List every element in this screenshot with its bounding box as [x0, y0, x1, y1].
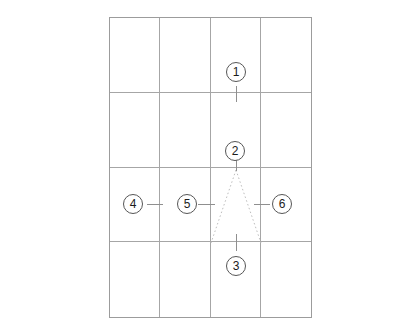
grid-cell	[110, 18, 160, 93]
circled-number-marker-2: 2	[225, 141, 245, 161]
circled-number-marker-6: 6	[272, 194, 292, 214]
circled-number-marker-1: 1	[226, 62, 246, 82]
callout-tick-6	[254, 204, 270, 205]
grid-cell	[261, 18, 311, 93]
callout-tick-3	[236, 234, 237, 251]
circled-number-marker-5: 5	[177, 194, 197, 214]
grid-cell	[110, 242, 160, 317]
grid-cell	[261, 93, 311, 168]
grid-cell	[160, 93, 210, 168]
grid-cell	[261, 242, 311, 317]
callout-tick-1	[236, 86, 237, 102]
grid-cell	[160, 242, 210, 317]
grid-cell	[110, 93, 160, 168]
circled-number-marker-3: 3	[226, 256, 246, 276]
grid-cell	[211, 242, 261, 317]
panel-grid	[109, 17, 312, 318]
diagram-canvas: 1 2 3 4 5 6	[0, 0, 400, 330]
callout-tick-4	[147, 204, 163, 205]
circled-number-marker-4: 4	[123, 194, 143, 214]
callout-tick-5	[198, 204, 215, 205]
grid-cell	[160, 18, 210, 93]
